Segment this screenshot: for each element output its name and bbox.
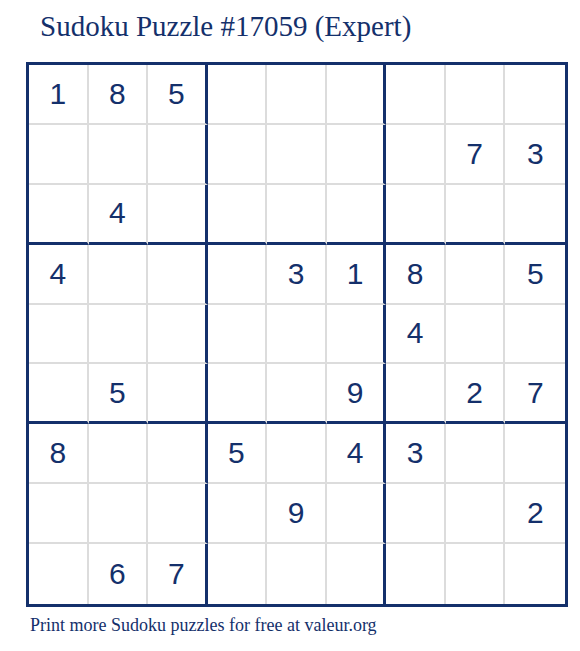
- cell-r6c6: 9: [327, 364, 387, 424]
- cell-r6c9: 7: [505, 364, 565, 424]
- cell-r6c2: 5: [89, 364, 149, 424]
- cell-r5c1: [29, 305, 89, 365]
- sudoku-board: 185734431854592785439267: [26, 62, 568, 607]
- cell-r4c6: 1: [327, 245, 387, 305]
- cell-r3c8: [446, 185, 506, 245]
- sudoku-page: Sudoku Puzzle #17059 (Expert) 1857344318…: [0, 0, 580, 651]
- cell-r5c3: [148, 305, 208, 365]
- cell-r9c6: [327, 544, 387, 604]
- cell-r4c7: 8: [386, 245, 446, 305]
- cell-r5c2: [89, 305, 149, 365]
- cell-r4c1: 4: [29, 245, 89, 305]
- cell-r1c3: 5: [148, 65, 208, 125]
- cell-r2c4: [208, 125, 268, 185]
- cell-r3c1: [29, 185, 89, 245]
- cell-r4c8: [446, 245, 506, 305]
- cell-r9c8: [446, 544, 506, 604]
- cell-r2c3: [148, 125, 208, 185]
- cell-r3c4: [208, 185, 268, 245]
- cell-r3c2: 4: [89, 185, 149, 245]
- cell-r5c8: [446, 305, 506, 365]
- cell-r4c9: 5: [505, 245, 565, 305]
- cell-r9c9: [505, 544, 565, 604]
- cell-r6c7: [386, 364, 446, 424]
- cell-r5c7: 4: [386, 305, 446, 365]
- cell-r1c4: [208, 65, 268, 125]
- footer-text: Print more Sudoku puzzles for free at va…: [30, 615, 377, 636]
- cell-r1c7: [386, 65, 446, 125]
- cell-r8c9: 2: [505, 484, 565, 544]
- cell-r2c6: [327, 125, 387, 185]
- cell-r7c5: [267, 424, 327, 484]
- cell-r3c6: [327, 185, 387, 245]
- cell-r7c1: 8: [29, 424, 89, 484]
- cell-r7c4: 5: [208, 424, 268, 484]
- cell-r2c2: [89, 125, 149, 185]
- cell-r8c4: [208, 484, 268, 544]
- cell-r8c3: [148, 484, 208, 544]
- cell-r9c7: [386, 544, 446, 604]
- cell-r5c5: [267, 305, 327, 365]
- cell-r3c5: [267, 185, 327, 245]
- cell-r1c5: [267, 65, 327, 125]
- cell-r7c6: 4: [327, 424, 387, 484]
- cell-r7c3: [148, 424, 208, 484]
- cell-r2c9: 3: [505, 125, 565, 185]
- cell-r8c2: [89, 484, 149, 544]
- cell-r9c2: 6: [89, 544, 149, 604]
- cell-r4c2: [89, 245, 149, 305]
- cell-r4c5: 3: [267, 245, 327, 305]
- cell-r2c1: [29, 125, 89, 185]
- cell-r6c5: [267, 364, 327, 424]
- cell-r3c9: [505, 185, 565, 245]
- cell-r7c9: [505, 424, 565, 484]
- cell-r9c1: [29, 544, 89, 604]
- cell-r3c7: [386, 185, 446, 245]
- cell-r6c3: [148, 364, 208, 424]
- cell-r5c6: [327, 305, 387, 365]
- cell-r7c2: [89, 424, 149, 484]
- cell-r8c1: [29, 484, 89, 544]
- cell-r7c7: 3: [386, 424, 446, 484]
- cell-r8c6: [327, 484, 387, 544]
- cell-r9c4: [208, 544, 268, 604]
- cell-r2c7: [386, 125, 446, 185]
- cell-r4c4: [208, 245, 268, 305]
- cell-r8c8: [446, 484, 506, 544]
- cell-r6c1: [29, 364, 89, 424]
- page-title: Sudoku Puzzle #17059 (Expert): [40, 10, 411, 43]
- cell-r3c3: [148, 185, 208, 245]
- cell-r1c9: [505, 65, 565, 125]
- cell-r1c1: 1: [29, 65, 89, 125]
- cell-r4c3: [148, 245, 208, 305]
- cell-r6c4: [208, 364, 268, 424]
- cell-r1c8: [446, 65, 506, 125]
- cell-r2c8: 7: [446, 125, 506, 185]
- cell-r8c5: 9: [267, 484, 327, 544]
- cell-r6c8: 2: [446, 364, 506, 424]
- cell-r8c7: [386, 484, 446, 544]
- cell-r1c6: [327, 65, 387, 125]
- cell-r1c2: 8: [89, 65, 149, 125]
- cell-r5c4: [208, 305, 268, 365]
- cell-r2c5: [267, 125, 327, 185]
- cell-r5c9: [505, 305, 565, 365]
- cell-r7c8: [446, 424, 506, 484]
- cell-r9c5: [267, 544, 327, 604]
- cell-r9c3: 7: [148, 544, 208, 604]
